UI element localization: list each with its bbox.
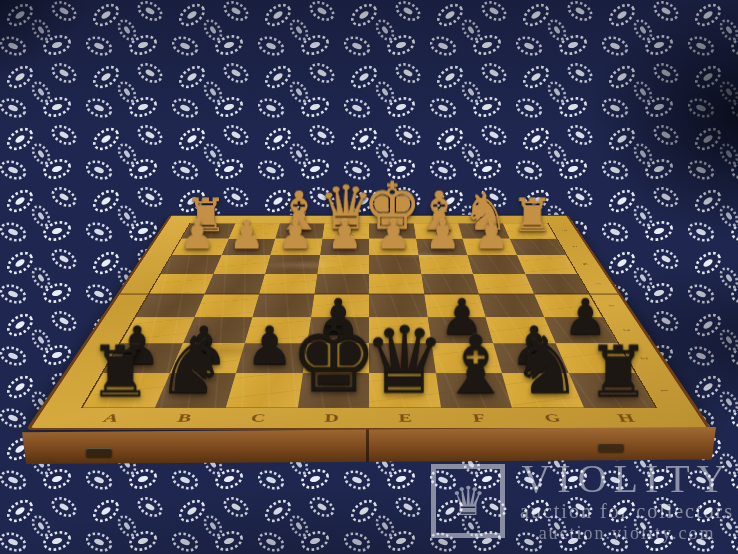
square-e8: ♚: [369, 223, 416, 238]
hinge-icon: [598, 443, 624, 452]
rank-label-8: 8: [559, 230, 570, 231]
file-label-d: D: [324, 412, 340, 424]
white-rook: ♜: [185, 193, 227, 237]
square-a8: ♜: [182, 223, 235, 238]
file-label-h: H: [615, 412, 637, 424]
square-a5: [149, 274, 213, 295]
square-f6: [418, 255, 473, 273]
file-label-e: E: [398, 412, 413, 424]
square-b2: ♟: [170, 343, 245, 373]
white-queen: ♛: [318, 180, 372, 238]
square-b1: ♞: [155, 373, 237, 407]
square-d6: [317, 255, 369, 273]
file-label-b: B: [176, 412, 194, 424]
square-e5: [369, 274, 424, 295]
square-c6: [265, 255, 320, 273]
square-f2: [431, 343, 502, 373]
square-d5: [314, 274, 369, 295]
square-a1: ♜: [83, 373, 170, 407]
square-d2: [303, 343, 369, 373]
rank-label-5: 5: [591, 283, 604, 285]
square-b8: [229, 223, 280, 238]
white-bishop: ♝: [415, 187, 463, 238]
square-c4: [252, 294, 314, 317]
square-a4: [136, 294, 204, 317]
square-e7: ♟: [369, 238, 418, 255]
square-f7: ♟: [416, 238, 468, 255]
rank-label-1: 1: [656, 389, 673, 392]
square-c7: ♟: [271, 238, 323, 255]
square-g7: ♟: [463, 238, 517, 255]
file-label-c: C: [250, 412, 268, 424]
square-a6: [161, 255, 221, 273]
white-rook: ♜: [511, 193, 553, 237]
file-label-a: A: [101, 412, 122, 424]
square-c2: ♟: [236, 343, 307, 373]
rank-label-2: 2: [637, 357, 652, 360]
file-label-f: F: [472, 412, 488, 424]
square-a2: ♟: [103, 343, 183, 373]
square-f3: ♟: [427, 317, 493, 343]
square-b6: [213, 255, 270, 273]
file-label-g: G: [543, 412, 564, 424]
square-e3: [369, 317, 431, 343]
square-c8: ♝: [275, 223, 324, 238]
rank-label-6: 6: [579, 263, 591, 265]
square-c5: [259, 274, 317, 295]
chess-scene: ♜♝♛♚♝♞♜♟♟♟♟♟♟♟♟♟♟♟♟♟♟♜♞♚♛♝♞♜ ABCDEFGH 87…: [0, 0, 738, 554]
square-c1: [226, 373, 302, 407]
square-h6: [517, 255, 577, 273]
square-f8: ♝: [414, 223, 463, 238]
square-d3: ♟: [307, 317, 369, 343]
square-g8: ♞: [458, 223, 509, 238]
square-g4: [479, 294, 544, 317]
rank-label-4: 4: [605, 304, 618, 306]
square-b5: [204, 274, 265, 295]
square-b4: [194, 294, 259, 317]
square-a7: ♟: [172, 238, 229, 255]
hinge-icon: [86, 448, 112, 457]
square-e6: [369, 255, 421, 273]
square-c3: [245, 317, 311, 343]
rank-label-7: 7: [569, 246, 580, 247]
white-bishop: ♝: [275, 187, 323, 238]
edge-fold-seam: [366, 427, 369, 464]
square-b7: ♟: [221, 238, 275, 255]
chess-board: ♜♝♛♚♝♞♜♟♟♟♟♟♟♟♟♟♟♟♟♟♟♜♞♚♛♝♞♜ ABCDEFGH 87…: [31, 216, 707, 428]
square-e2: [369, 343, 435, 373]
square-g5: [473, 274, 534, 295]
square-d8: ♛: [322, 223, 369, 238]
square-e4: [369, 294, 427, 317]
square-f4: [424, 294, 486, 317]
white-knight: ♞: [462, 188, 509, 237]
square-d1: ♚: [298, 373, 369, 407]
square-h7: [509, 238, 566, 255]
square-g6: [467, 255, 524, 273]
board-fold-seam: [119, 294, 618, 295]
square-f5: [421, 274, 479, 295]
square-b3: [183, 317, 253, 343]
white-king: ♚: [363, 175, 421, 237]
square-d4: [311, 294, 369, 317]
square-e1: ♛: [369, 373, 440, 407]
square-d7: ♟: [320, 238, 369, 255]
square-h8: ♜: [503, 223, 556, 238]
file-labels: ABCDEFGH: [69, 408, 669, 428]
square-f1: ♝: [435, 373, 511, 407]
rank-label-3: 3: [620, 329, 634, 331]
